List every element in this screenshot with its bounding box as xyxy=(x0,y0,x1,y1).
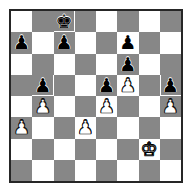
square-b7[interactable] xyxy=(32,32,53,53)
square-d3[interactable]: ♟ xyxy=(75,117,96,138)
square-e3[interactable] xyxy=(96,117,117,138)
black-pawn-icon: ♟ xyxy=(56,33,73,52)
square-d4[interactable] xyxy=(75,96,96,117)
square-h7[interactable] xyxy=(160,32,181,53)
square-a4[interactable] xyxy=(11,96,32,117)
white-king-icon: ♚ xyxy=(141,139,158,158)
black-pawn-icon: ♟ xyxy=(119,54,136,73)
square-f5[interactable]: ♟ xyxy=(117,75,138,96)
square-g1[interactable] xyxy=(139,160,160,181)
black-pawn-icon: ♟ xyxy=(119,33,136,52)
board-frame: ♚♟♟♟♟♟♟♟♟♟♟♟♟♟♚ xyxy=(9,9,183,183)
white-pawn-icon: ♟ xyxy=(119,75,136,94)
square-e8[interactable] xyxy=(96,11,117,32)
square-h6[interactable] xyxy=(160,54,181,75)
black-king-icon: ♚ xyxy=(56,12,73,31)
square-a8[interactable] xyxy=(11,11,32,32)
chess-diagram: ♚♟♟♟♟♟♟♟♟♟♟♟♟♟♚ xyxy=(0,0,192,192)
square-f3[interactable] xyxy=(117,117,138,138)
square-f8[interactable] xyxy=(117,11,138,32)
square-c1[interactable] xyxy=(54,160,75,181)
square-b5[interactable]: ♟ xyxy=(32,75,53,96)
square-h4[interactable]: ♟ xyxy=(160,96,181,117)
square-c3[interactable] xyxy=(54,117,75,138)
square-h2[interactable] xyxy=(160,139,181,160)
square-b8[interactable] xyxy=(32,11,53,32)
white-pawn-icon: ♟ xyxy=(77,118,94,137)
white-pawn-icon: ♟ xyxy=(162,97,179,116)
square-g2[interactable]: ♚ xyxy=(139,139,160,160)
square-d1[interactable] xyxy=(75,160,96,181)
square-d8[interactable] xyxy=(75,11,96,32)
black-pawn-icon: ♟ xyxy=(34,75,51,94)
square-b4[interactable]: ♟ xyxy=(32,96,53,117)
square-h1[interactable] xyxy=(160,160,181,181)
square-d5[interactable] xyxy=(75,75,96,96)
white-pawn-icon: ♟ xyxy=(34,97,51,116)
square-c8[interactable]: ♚ xyxy=(54,11,75,32)
square-g5[interactable] xyxy=(139,75,160,96)
black-pawn-icon: ♟ xyxy=(162,75,179,94)
square-a7[interactable]: ♟ xyxy=(11,32,32,53)
square-c5[interactable] xyxy=(54,75,75,96)
chess-board: ♚♟♟♟♟♟♟♟♟♟♟♟♟♟♚ xyxy=(11,11,181,181)
square-g3[interactable] xyxy=(139,117,160,138)
square-b1[interactable] xyxy=(32,160,53,181)
square-e6[interactable] xyxy=(96,54,117,75)
square-c4[interactable] xyxy=(54,96,75,117)
square-h3[interactable] xyxy=(160,117,181,138)
square-a6[interactable] xyxy=(11,54,32,75)
square-d2[interactable] xyxy=(75,139,96,160)
square-g7[interactable] xyxy=(139,32,160,53)
square-g8[interactable] xyxy=(139,11,160,32)
square-a2[interactable] xyxy=(11,139,32,160)
square-f1[interactable] xyxy=(117,160,138,181)
square-g6[interactable] xyxy=(139,54,160,75)
square-e2[interactable] xyxy=(96,139,117,160)
square-f7[interactable]: ♟ xyxy=(117,32,138,53)
black-pawn-icon: ♟ xyxy=(98,75,115,94)
square-b2[interactable] xyxy=(32,139,53,160)
white-pawn-icon: ♟ xyxy=(98,97,115,116)
square-b6[interactable] xyxy=(32,54,53,75)
square-d6[interactable] xyxy=(75,54,96,75)
square-e4[interactable]: ♟ xyxy=(96,96,117,117)
white-pawn-icon: ♟ xyxy=(13,118,30,137)
square-b3[interactable] xyxy=(32,117,53,138)
square-a5[interactable] xyxy=(11,75,32,96)
square-e5[interactable]: ♟ xyxy=(96,75,117,96)
square-d7[interactable] xyxy=(75,32,96,53)
square-c2[interactable] xyxy=(54,139,75,160)
square-h8[interactable] xyxy=(160,11,181,32)
black-pawn-icon: ♟ xyxy=(13,33,30,52)
square-e7[interactable] xyxy=(96,32,117,53)
square-h5[interactable]: ♟ xyxy=(160,75,181,96)
square-f4[interactable] xyxy=(117,96,138,117)
square-f2[interactable] xyxy=(117,139,138,160)
square-a3[interactable]: ♟ xyxy=(11,117,32,138)
square-c7[interactable]: ♟ xyxy=(54,32,75,53)
square-c6[interactable] xyxy=(54,54,75,75)
square-g4[interactable] xyxy=(139,96,160,117)
square-a1[interactable] xyxy=(11,160,32,181)
square-e1[interactable] xyxy=(96,160,117,181)
square-f6[interactable]: ♟ xyxy=(117,54,138,75)
